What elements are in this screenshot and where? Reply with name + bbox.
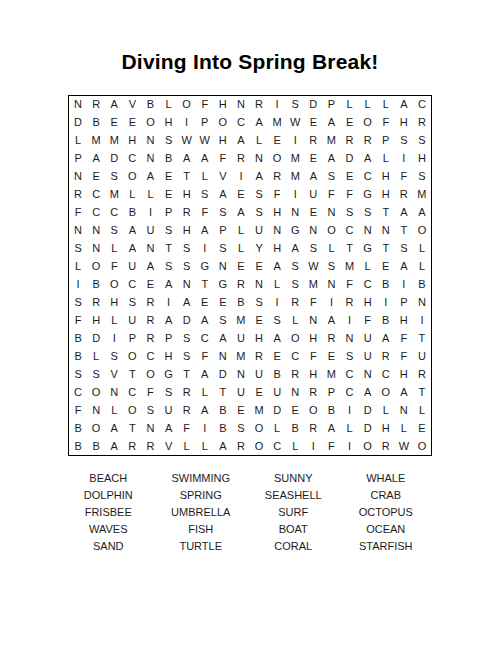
grid-cell[interactable]: E: [141, 276, 159, 294]
grid-cell[interactable]: F: [304, 293, 322, 311]
grid-cell[interactable]: U: [160, 401, 178, 419]
grid-cell[interactable]: N: [214, 258, 232, 276]
grid-cell[interactable]: R: [87, 96, 105, 114]
grid-cell[interactable]: A: [268, 258, 286, 276]
grid-cell[interactable]: E: [304, 150, 322, 168]
grid-cell[interactable]: S: [160, 383, 178, 401]
grid-cell[interactable]: R: [341, 293, 359, 311]
grid-cell[interactable]: R: [286, 293, 304, 311]
grid-cell[interactable]: S: [359, 204, 377, 222]
grid-cell[interactable]: A: [214, 186, 232, 204]
grid-cell[interactable]: U: [232, 383, 250, 401]
grid-cell[interactable]: A: [286, 240, 304, 258]
grid-cell[interactable]: V: [160, 437, 178, 455]
grid-cell[interactable]: O: [250, 419, 268, 437]
grid-cell[interactable]: F: [304, 347, 322, 365]
grid-cell[interactable]: S: [178, 258, 196, 276]
grid-cell[interactable]: N: [304, 222, 322, 240]
grid-cell[interactable]: A: [395, 383, 413, 401]
grid-cell[interactable]: S: [413, 132, 431, 150]
grid-cell[interactable]: L: [232, 222, 250, 240]
grid-cell[interactable]: H: [377, 186, 395, 204]
word-search-grid[interactable]: NRAVBLOFHNRISDPLLLACDBEEOHIPOCAMWEAEOFHR…: [68, 95, 432, 456]
grid-cell[interactable]: H: [359, 293, 377, 311]
grid-cell[interactable]: E: [123, 114, 141, 132]
grid-cell[interactable]: I: [268, 96, 286, 114]
grid-cell[interactable]: S: [69, 240, 87, 258]
grid-cell[interactable]: C: [123, 150, 141, 168]
grid-cell[interactable]: A: [232, 132, 250, 150]
grid-cell[interactable]: T: [160, 240, 178, 258]
grid-cell[interactable]: R: [178, 383, 196, 401]
grid-cell[interactable]: F: [322, 437, 340, 455]
grid-cell[interactable]: L: [377, 96, 395, 114]
grid-cell[interactable]: R: [377, 437, 395, 455]
grid-cell[interactable]: D: [341, 150, 359, 168]
grid-cell[interactable]: N: [359, 365, 377, 383]
grid-cell[interactable]: T: [341, 240, 359, 258]
grid-cell[interactable]: U: [141, 222, 159, 240]
grid-cell[interactable]: O: [87, 383, 105, 401]
grid-cell[interactable]: S: [87, 365, 105, 383]
grid-cell[interactable]: R: [377, 347, 395, 365]
grid-cell[interactable]: C: [141, 347, 159, 365]
grid-cell[interactable]: A: [196, 365, 214, 383]
grid-cell[interactable]: R: [341, 132, 359, 150]
grid-cell[interactable]: R: [232, 276, 250, 294]
grid-cell[interactable]: B: [69, 329, 87, 347]
grid-cell[interactable]: S: [178, 329, 196, 347]
grid-cell[interactable]: I: [69, 276, 87, 294]
grid-cell[interactable]: P: [395, 293, 413, 311]
grid-cell[interactable]: L: [286, 311, 304, 329]
grid-cell[interactable]: R: [123, 437, 141, 455]
grid-cell[interactable]: D: [214, 365, 232, 383]
grid-cell[interactable]: B: [87, 437, 105, 455]
grid-cell[interactable]: A: [214, 329, 232, 347]
grid-cell[interactable]: R: [178, 401, 196, 419]
grid-cell[interactable]: E: [160, 186, 178, 204]
grid-cell[interactable]: I: [196, 419, 214, 437]
grid-cell[interactable]: L: [268, 276, 286, 294]
grid-cell[interactable]: S: [178, 347, 196, 365]
grid-cell[interactable]: G: [359, 186, 377, 204]
grid-cell[interactable]: U: [359, 347, 377, 365]
grid-cell[interactable]: F: [69, 204, 87, 222]
grid-cell[interactable]: S: [196, 186, 214, 204]
grid-cell[interactable]: G: [286, 222, 304, 240]
grid-cell[interactable]: L: [395, 419, 413, 437]
grid-cell[interactable]: A: [196, 150, 214, 168]
grid-cell[interactable]: I: [286, 186, 304, 204]
grid-cell[interactable]: E: [286, 401, 304, 419]
grid-cell[interactable]: E: [341, 168, 359, 186]
grid-cell[interactable]: E: [322, 347, 340, 365]
grid-cell[interactable]: C: [105, 204, 123, 222]
grid-cell[interactable]: A: [105, 419, 123, 437]
grid-cell[interactable]: B: [69, 437, 87, 455]
grid-cell[interactable]: T: [377, 204, 395, 222]
grid-cell[interactable]: E: [250, 383, 268, 401]
grid-cell[interactable]: P: [322, 96, 340, 114]
grid-cell[interactable]: F: [196, 204, 214, 222]
grid-cell[interactable]: M: [268, 114, 286, 132]
grid-cell[interactable]: L: [105, 240, 123, 258]
grid-cell[interactable]: R: [322, 329, 340, 347]
grid-cell[interactable]: F: [395, 329, 413, 347]
grid-cell[interactable]: E: [377, 258, 395, 276]
grid-cell[interactable]: N: [377, 222, 395, 240]
grid-cell[interactable]: H: [413, 150, 431, 168]
grid-cell[interactable]: Y: [250, 240, 268, 258]
grid-cell[interactable]: L: [250, 132, 268, 150]
grid-cell[interactable]: F: [395, 347, 413, 365]
grid-cell[interactable]: L: [105, 311, 123, 329]
grid-cell[interactable]: F: [268, 186, 286, 204]
grid-cell[interactable]: P: [160, 329, 178, 347]
grid-cell[interactable]: O: [87, 419, 105, 437]
grid-cell[interactable]: C: [341, 365, 359, 383]
grid-cell[interactable]: I: [341, 437, 359, 455]
grid-cell[interactable]: A: [322, 150, 340, 168]
grid-cell[interactable]: R: [232, 150, 250, 168]
grid-cell[interactable]: R: [69, 186, 87, 204]
grid-cell[interactable]: A: [268, 329, 286, 347]
grid-cell[interactable]: H: [160, 114, 178, 132]
grid-cell[interactable]: E: [341, 114, 359, 132]
grid-cell[interactable]: C: [123, 276, 141, 294]
grid-cell[interactable]: N: [141, 150, 159, 168]
grid-cell[interactable]: O: [268, 150, 286, 168]
grid-cell[interactable]: M: [286, 150, 304, 168]
grid-cell[interactable]: H: [377, 168, 395, 186]
grid-cell[interactable]: A: [359, 383, 377, 401]
grid-cell[interactable]: A: [178, 293, 196, 311]
grid-cell[interactable]: S: [304, 240, 322, 258]
grid-cell[interactable]: O: [250, 437, 268, 455]
grid-cell[interactable]: P: [123, 329, 141, 347]
grid-cell[interactable]: H: [304, 365, 322, 383]
grid-cell[interactable]: T: [413, 383, 431, 401]
grid-cell[interactable]: R: [286, 365, 304, 383]
grid-cell[interactable]: H: [268, 204, 286, 222]
grid-cell[interactable]: D: [304, 96, 322, 114]
grid-cell[interactable]: S: [123, 293, 141, 311]
grid-cell[interactable]: H: [87, 311, 105, 329]
grid-cell[interactable]: D: [69, 114, 87, 132]
grid-cell[interactable]: I: [395, 150, 413, 168]
grid-cell[interactable]: N: [304, 311, 322, 329]
grid-cell[interactable]: A: [160, 311, 178, 329]
grid-cell[interactable]: E: [160, 168, 178, 186]
grid-cell[interactable]: N: [87, 240, 105, 258]
grid-cell[interactable]: I: [413, 311, 431, 329]
grid-cell[interactable]: L: [413, 240, 431, 258]
grid-cell[interactable]: L: [196, 168, 214, 186]
grid-cell[interactable]: V: [214, 168, 232, 186]
grid-cell[interactable]: S: [214, 311, 232, 329]
grid-cell[interactable]: U: [232, 329, 250, 347]
grid-cell[interactable]: O: [123, 401, 141, 419]
grid-cell[interactable]: C: [123, 383, 141, 401]
grid-cell[interactable]: H: [178, 186, 196, 204]
grid-cell[interactable]: M: [413, 186, 431, 204]
grid-cell[interactable]: R: [304, 132, 322, 150]
grid-cell[interactable]: O: [105, 276, 123, 294]
grid-cell[interactable]: C: [359, 276, 377, 294]
grid-cell[interactable]: I: [322, 293, 340, 311]
grid-cell[interactable]: S: [268, 311, 286, 329]
grid-cell[interactable]: I: [178, 114, 196, 132]
grid-cell[interactable]: O: [413, 222, 431, 240]
grid-cell[interactable]: F: [178, 419, 196, 437]
grid-cell[interactable]: I: [304, 437, 322, 455]
grid-cell[interactable]: R: [413, 365, 431, 383]
grid-cell[interactable]: I: [232, 168, 250, 186]
grid-cell[interactable]: N: [141, 419, 159, 437]
grid-cell[interactable]: P: [377, 132, 395, 150]
grid-cell[interactable]: N: [214, 347, 232, 365]
grid-cell[interactable]: F: [105, 258, 123, 276]
grid-cell[interactable]: L: [377, 401, 395, 419]
grid-cell[interactable]: T: [196, 276, 214, 294]
grid-cell[interactable]: C: [286, 347, 304, 365]
grid-cell[interactable]: A: [395, 204, 413, 222]
grid-cell[interactable]: O: [359, 114, 377, 132]
grid-cell[interactable]: C: [268, 437, 286, 455]
grid-cell[interactable]: O: [377, 383, 395, 401]
grid-cell[interactable]: B: [160, 150, 178, 168]
grid-cell[interactable]: L: [196, 383, 214, 401]
grid-cell[interactable]: E: [214, 293, 232, 311]
grid-cell[interactable]: N: [286, 204, 304, 222]
grid-cell[interactable]: D: [87, 329, 105, 347]
grid-cell[interactable]: L: [141, 186, 159, 204]
grid-cell[interactable]: S: [214, 240, 232, 258]
grid-cell[interactable]: E: [250, 311, 268, 329]
grid-cell[interactable]: E: [250, 258, 268, 276]
grid-cell[interactable]: A: [123, 222, 141, 240]
grid-cell[interactable]: T: [413, 329, 431, 347]
grid-cell[interactable]: F: [196, 96, 214, 114]
grid-cell[interactable]: N: [232, 365, 250, 383]
grid-cell[interactable]: L: [359, 96, 377, 114]
grid-cell[interactable]: U: [413, 347, 431, 365]
grid-cell[interactable]: A: [87, 150, 105, 168]
grid-cell[interactable]: B: [413, 276, 431, 294]
grid-cell[interactable]: N: [69, 168, 87, 186]
grid-cell[interactable]: A: [322, 114, 340, 132]
grid-cell[interactable]: A: [304, 168, 322, 186]
grid-cell[interactable]: S: [232, 419, 250, 437]
grid-cell[interactable]: N: [141, 132, 159, 150]
grid-cell[interactable]: S: [105, 222, 123, 240]
grid-cell[interactable]: N: [141, 240, 159, 258]
grid-cell[interactable]: U: [123, 311, 141, 329]
grid-cell[interactable]: W: [178, 132, 196, 150]
grid-cell[interactable]: F: [69, 311, 87, 329]
grid-cell[interactable]: R: [178, 204, 196, 222]
grid-cell[interactable]: O: [322, 222, 340, 240]
grid-cell[interactable]: H: [304, 329, 322, 347]
grid-cell[interactable]: C: [341, 222, 359, 240]
grid-cell[interactable]: A: [160, 276, 178, 294]
grid-cell[interactable]: S: [286, 258, 304, 276]
grid-cell[interactable]: U: [250, 222, 268, 240]
grid-cell[interactable]: D: [178, 311, 196, 329]
grid-cell[interactable]: L: [87, 347, 105, 365]
grid-cell[interactable]: M: [322, 132, 340, 150]
grid-cell[interactable]: F: [322, 186, 340, 204]
grid-cell[interactable]: E: [105, 114, 123, 132]
grid-cell[interactable]: L: [286, 437, 304, 455]
grid-cell[interactable]: F: [141, 383, 159, 401]
grid-cell[interactable]: L: [322, 240, 340, 258]
grid-cell[interactable]: T: [178, 365, 196, 383]
grid-cell[interactable]: N: [232, 96, 250, 114]
grid-cell[interactable]: F: [377, 114, 395, 132]
grid-cell[interactable]: M: [105, 132, 123, 150]
grid-cell[interactable]: F: [214, 150, 232, 168]
grid-cell[interactable]: I: [341, 401, 359, 419]
grid-cell[interactable]: S: [160, 258, 178, 276]
grid-cell[interactable]: B: [377, 276, 395, 294]
grid-cell[interactable]: M: [232, 311, 250, 329]
grid-cell[interactable]: E: [304, 114, 322, 132]
grid-cell[interactable]: A: [413, 204, 431, 222]
grid-cell[interactable]: C: [232, 114, 250, 132]
grid-cell[interactable]: I: [377, 293, 395, 311]
grid-cell[interactable]: S: [160, 222, 178, 240]
grid-cell[interactable]: O: [178, 96, 196, 114]
grid-cell[interactable]: B: [268, 365, 286, 383]
grid-cell[interactable]: N: [69, 222, 87, 240]
grid-cell[interactable]: R: [141, 329, 159, 347]
grid-cell[interactable]: A: [359, 150, 377, 168]
grid-cell[interactable]: R: [413, 114, 431, 132]
grid-cell[interactable]: A: [141, 258, 159, 276]
grid-cell[interactable]: S: [286, 276, 304, 294]
grid-cell[interactable]: S: [341, 347, 359, 365]
grid-cell[interactable]: L: [359, 258, 377, 276]
grid-cell[interactable]: S: [286, 96, 304, 114]
grid-cell[interactable]: O: [286, 329, 304, 347]
grid-cell[interactable]: H: [395, 311, 413, 329]
grid-cell[interactable]: E: [304, 204, 322, 222]
grid-cell[interactable]: G: [160, 365, 178, 383]
grid-cell[interactable]: B: [141, 96, 159, 114]
grid-cell[interactable]: F: [341, 276, 359, 294]
grid-cell[interactable]: M: [286, 168, 304, 186]
grid-cell[interactable]: C: [377, 365, 395, 383]
grid-cell[interactable]: F: [196, 347, 214, 365]
grid-cell[interactable]: N: [268, 222, 286, 240]
grid-cell[interactable]: H: [214, 96, 232, 114]
grid-cell[interactable]: R: [141, 311, 159, 329]
grid-cell[interactable]: B: [123, 204, 141, 222]
grid-cell[interactable]: E: [232, 186, 250, 204]
grid-cell[interactable]: S: [214, 204, 232, 222]
grid-cell[interactable]: A: [232, 204, 250, 222]
grid-cell[interactable]: S: [141, 401, 159, 419]
grid-cell[interactable]: M: [105, 186, 123, 204]
grid-cell[interactable]: N: [250, 150, 268, 168]
grid-cell[interactable]: H: [160, 347, 178, 365]
grid-cell[interactable]: S: [395, 240, 413, 258]
grid-cell[interactable]: L: [160, 96, 178, 114]
grid-cell[interactable]: A: [105, 437, 123, 455]
grid-cell[interactable]: I: [395, 276, 413, 294]
grid-cell[interactable]: H: [268, 240, 286, 258]
grid-cell[interactable]: W: [304, 258, 322, 276]
grid-cell[interactable]: M: [87, 132, 105, 150]
grid-cell[interactable]: L: [69, 258, 87, 276]
grid-cell[interactable]: L: [413, 401, 431, 419]
grid-cell[interactable]: N: [250, 276, 268, 294]
grid-cell[interactable]: O: [413, 437, 431, 455]
grid-cell[interactable]: P: [160, 204, 178, 222]
grid-cell[interactable]: G: [196, 258, 214, 276]
grid-cell[interactable]: P: [69, 150, 87, 168]
grid-cell[interactable]: A: [377, 329, 395, 347]
grid-cell[interactable]: R: [141, 437, 159, 455]
grid-cell[interactable]: I: [341, 311, 359, 329]
grid-cell[interactable]: I: [286, 132, 304, 150]
grid-cell[interactable]: R: [359, 132, 377, 150]
grid-cell[interactable]: S: [250, 204, 268, 222]
grid-cell[interactable]: B: [87, 276, 105, 294]
grid-cell[interactable]: A: [105, 96, 123, 114]
grid-cell[interactable]: L: [196, 437, 214, 455]
grid-cell[interactable]: S: [413, 168, 431, 186]
grid-cell[interactable]: U: [359, 329, 377, 347]
grid-cell[interactable]: O: [304, 401, 322, 419]
grid-cell[interactable]: I: [160, 293, 178, 311]
grid-cell[interactable]: R: [395, 186, 413, 204]
grid-cell[interactable]: O: [141, 114, 159, 132]
grid-cell[interactable]: B: [214, 419, 232, 437]
grid-cell[interactable]: T: [123, 419, 141, 437]
grid-cell[interactable]: E: [232, 258, 250, 276]
grid-cell[interactable]: A: [196, 222, 214, 240]
grid-cell[interactable]: H: [105, 293, 123, 311]
grid-cell[interactable]: H: [250, 329, 268, 347]
grid-cell[interactable]: D: [105, 150, 123, 168]
grid-cell[interactable]: S: [178, 240, 196, 258]
grid-cell[interactable]: F: [69, 401, 87, 419]
grid-cell[interactable]: L: [69, 132, 87, 150]
grid-cell[interactable]: N: [87, 222, 105, 240]
grid-cell[interactable]: L: [341, 96, 359, 114]
grid-cell[interactable]: S: [69, 365, 87, 383]
grid-cell[interactable]: B: [214, 401, 232, 419]
grid-cell[interactable]: C: [341, 383, 359, 401]
grid-cell[interactable]: S: [395, 132, 413, 150]
grid-cell[interactable]: N: [359, 222, 377, 240]
grid-cell[interactable]: E: [268, 132, 286, 150]
grid-cell[interactable]: L: [123, 186, 141, 204]
grid-cell[interactable]: B: [87, 114, 105, 132]
grid-cell[interactable]: L: [377, 150, 395, 168]
grid-cell[interactable]: C: [359, 168, 377, 186]
grid-cell[interactable]: B: [69, 419, 87, 437]
grid-cell[interactable]: V: [105, 365, 123, 383]
grid-cell[interactable]: U: [268, 383, 286, 401]
grid-cell[interactable]: A: [322, 311, 340, 329]
grid-cell[interactable]: N: [322, 276, 340, 294]
grid-cell[interactable]: H: [395, 114, 413, 132]
grid-cell[interactable]: U: [250, 365, 268, 383]
